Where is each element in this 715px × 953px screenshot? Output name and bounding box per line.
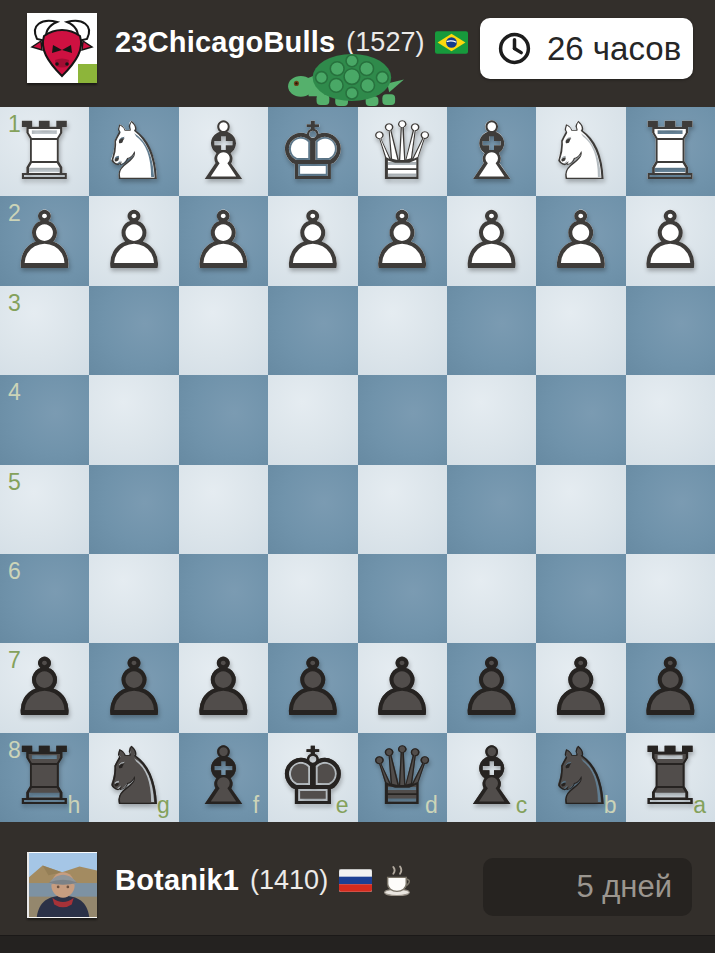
piece-glyph-outline: ♔ bbox=[268, 733, 357, 822]
square-d7[interactable]: ♟♙ bbox=[358, 643, 447, 732]
piece-glyph-outline: ♗ bbox=[179, 107, 268, 196]
square-c4[interactable] bbox=[447, 375, 536, 464]
square-e2[interactable]: ♟♙ bbox=[268, 196, 357, 285]
square-f3[interactable] bbox=[179, 286, 268, 375]
square-c2[interactable]: ♟♙ bbox=[447, 196, 536, 285]
white-king: ♚♔ bbox=[268, 107, 357, 196]
black-pawn: ♟♙ bbox=[179, 643, 268, 732]
square-a3[interactable] bbox=[626, 286, 715, 375]
square-d6[interactable] bbox=[358, 554, 447, 643]
piece-glyph-outline: ♙ bbox=[179, 196, 268, 285]
black-pawn: ♟♙ bbox=[536, 643, 625, 732]
chess-board[interactable]: 1♜♖♞♘♝♗♚♔♛♕♝♗♞♘♜♖2♟♙♟♙♟♙♟♙♟♙♟♙♟♙♟♙34567♟… bbox=[0, 107, 715, 822]
top-player-timer: 26 часов bbox=[480, 18, 693, 79]
square-a4[interactable] bbox=[626, 375, 715, 464]
black-pawn: ♟♙ bbox=[268, 643, 357, 732]
square-c1[interactable]: ♝♗ bbox=[447, 107, 536, 196]
square-b7[interactable]: ♟♙ bbox=[536, 643, 625, 732]
white-pawn: ♟♙ bbox=[89, 196, 178, 285]
piece-glyph-outline: ♙ bbox=[536, 643, 625, 732]
square-f8[interactable]: f♝♗ bbox=[179, 733, 268, 822]
square-d1[interactable]: ♛♕ bbox=[358, 107, 447, 196]
square-e8[interactable]: e♚♔ bbox=[268, 733, 357, 822]
white-knight: ♞♘ bbox=[89, 107, 178, 196]
brazil-flag-icon bbox=[435, 31, 468, 54]
square-c3[interactable] bbox=[447, 286, 536, 375]
square-g8[interactable]: g♞♘ bbox=[89, 733, 178, 822]
outdoor-portrait-photo bbox=[29, 852, 97, 918]
black-bishop: ♝♗ bbox=[447, 733, 536, 822]
piece-glyph-outline: ♙ bbox=[536, 196, 625, 285]
square-b6[interactable] bbox=[536, 554, 625, 643]
square-f7[interactable]: ♟♙ bbox=[179, 643, 268, 732]
square-h8[interactable]: 8h♜♖ bbox=[0, 733, 89, 822]
square-e3[interactable] bbox=[268, 286, 357, 375]
rank-label-6: 6 bbox=[8, 560, 21, 583]
piece-glyph-outline: ♘ bbox=[536, 733, 625, 822]
square-g7[interactable]: ♟♙ bbox=[89, 643, 178, 732]
piece-glyph-outline: ♘ bbox=[89, 107, 178, 196]
square-e6[interactable] bbox=[268, 554, 357, 643]
piece-glyph-outline: ♙ bbox=[268, 643, 357, 732]
square-a8[interactable]: a♜♖ bbox=[626, 733, 715, 822]
square-f2[interactable]: ♟♙ bbox=[179, 196, 268, 285]
piece-glyph-outline: ♕ bbox=[358, 733, 447, 822]
piece-glyph-outline: ♘ bbox=[536, 107, 625, 196]
square-g1[interactable]: ♞♘ bbox=[89, 107, 178, 196]
square-g6[interactable] bbox=[89, 554, 178, 643]
square-b2[interactable]: ♟♙ bbox=[536, 196, 625, 285]
square-a7[interactable]: ♟♙ bbox=[626, 643, 715, 732]
chess-game-screen: 23ChicagoBulls (1527) bbox=[0, 0, 715, 953]
square-e1[interactable]: ♚♔ bbox=[268, 107, 357, 196]
black-knight: ♞♘ bbox=[536, 733, 625, 822]
square-f5[interactable] bbox=[179, 465, 268, 554]
piece-glyph-outline: ♙ bbox=[447, 643, 536, 732]
square-e7[interactable]: ♟♙ bbox=[268, 643, 357, 732]
clock-icon bbox=[497, 31, 532, 66]
square-c8[interactable]: c♝♗ bbox=[447, 733, 536, 822]
square-h1[interactable]: 1♜♖ bbox=[0, 107, 89, 196]
bottom-player-rating: (1410) bbox=[250, 865, 328, 896]
square-h2[interactable]: 2♟♙ bbox=[0, 196, 89, 285]
top-timer-value: 26 часов bbox=[547, 30, 681, 68]
piece-glyph-outline: ♙ bbox=[626, 196, 715, 285]
bottom-player-avatar[interactable] bbox=[27, 852, 97, 918]
piece-glyph-outline: ♖ bbox=[0, 733, 89, 822]
black-rook: ♜♖ bbox=[0, 733, 89, 822]
black-queen: ♛♕ bbox=[358, 733, 447, 822]
top-player-bar: 23ChicagoBulls (1527) bbox=[0, 0, 715, 107]
square-h3[interactable]: 3 bbox=[0, 286, 89, 375]
square-f6[interactable] bbox=[179, 554, 268, 643]
bottom-player-timer: 5 дней bbox=[483, 858, 692, 916]
piece-glyph-outline: ♙ bbox=[89, 643, 178, 732]
square-f4[interactable] bbox=[179, 375, 268, 464]
square-e4[interactable] bbox=[268, 375, 357, 464]
piece-glyph-outline: ♖ bbox=[626, 733, 715, 822]
white-pawn: ♟♙ bbox=[536, 196, 625, 285]
square-d3[interactable] bbox=[358, 286, 447, 375]
white-pawn: ♟♙ bbox=[358, 196, 447, 285]
square-d8[interactable]: d♛♕ bbox=[358, 733, 447, 822]
white-queen: ♛♕ bbox=[358, 107, 447, 196]
bottom-timer-value: 5 дней bbox=[576, 869, 672, 905]
bottom-player-username[interactable]: Botanik1 bbox=[115, 864, 239, 897]
piece-glyph-outline: ♗ bbox=[447, 733, 536, 822]
black-pawn: ♟♙ bbox=[0, 643, 89, 732]
white-bishop: ♝♗ bbox=[179, 107, 268, 196]
black-king: ♚♔ bbox=[268, 733, 357, 822]
piece-glyph-outline: ♖ bbox=[626, 107, 715, 196]
rank-label-5: 5 bbox=[8, 471, 21, 494]
piece-glyph-outline: ♙ bbox=[447, 196, 536, 285]
square-h5[interactable]: 5 bbox=[0, 465, 89, 554]
piece-glyph-outline: ♗ bbox=[179, 733, 268, 822]
square-g5[interactable] bbox=[89, 465, 178, 554]
white-pawn: ♟♙ bbox=[179, 196, 268, 285]
square-c5[interactable] bbox=[447, 465, 536, 554]
square-b1[interactable]: ♞♘ bbox=[536, 107, 625, 196]
white-pawn: ♟♙ bbox=[447, 196, 536, 285]
piece-glyph-outline: ♘ bbox=[89, 733, 178, 822]
black-pawn: ♟♙ bbox=[447, 643, 536, 732]
square-g3[interactable] bbox=[89, 286, 178, 375]
square-a1[interactable]: ♜♖ bbox=[626, 107, 715, 196]
white-bishop: ♝♗ bbox=[447, 107, 536, 196]
white-rook: ♜♖ bbox=[0, 107, 89, 196]
square-e5[interactable] bbox=[268, 465, 357, 554]
white-knight: ♞♘ bbox=[536, 107, 625, 196]
piece-glyph-outline: ♔ bbox=[268, 107, 357, 196]
square-g4[interactable] bbox=[89, 375, 178, 464]
bottom-player-bar: Botanik1 (1410) 5 дней bbox=[0, 822, 715, 935]
square-h6[interactable]: 6 bbox=[0, 554, 89, 643]
square-h7[interactable]: 7♟♙ bbox=[0, 643, 89, 732]
piece-glyph-outline: ♙ bbox=[268, 196, 357, 285]
rank-label-4: 4 bbox=[8, 381, 21, 404]
piece-glyph-outline: ♕ bbox=[358, 107, 447, 196]
black-pawn: ♟♙ bbox=[358, 643, 447, 732]
black-knight: ♞♘ bbox=[89, 733, 178, 822]
square-c7[interactable]: ♟♙ bbox=[447, 643, 536, 732]
square-b5[interactable] bbox=[536, 465, 625, 554]
black-bishop: ♝♗ bbox=[179, 733, 268, 822]
black-pawn: ♟♙ bbox=[89, 643, 178, 732]
piece-glyph-outline: ♙ bbox=[0, 196, 89, 285]
square-c6[interactable] bbox=[447, 554, 536, 643]
coffee-cup-icon bbox=[383, 865, 414, 896]
piece-glyph-outline: ♙ bbox=[626, 643, 715, 732]
black-rook: ♜♖ bbox=[626, 733, 715, 822]
russia-flag-icon bbox=[339, 869, 372, 892]
piece-glyph-outline: ♙ bbox=[0, 643, 89, 732]
turtle-icon bbox=[283, 51, 411, 106]
white-pawn: ♟♙ bbox=[626, 196, 715, 285]
piece-glyph-outline: ♙ bbox=[179, 643, 268, 732]
square-d5[interactable] bbox=[358, 465, 447, 554]
square-a5[interactable] bbox=[626, 465, 715, 554]
square-d2[interactable]: ♟♙ bbox=[358, 196, 447, 285]
piece-glyph-outline: ♗ bbox=[447, 107, 536, 196]
piece-glyph-outline: ♙ bbox=[89, 196, 178, 285]
white-pawn: ♟♙ bbox=[0, 196, 89, 285]
square-h4[interactable]: 4 bbox=[0, 375, 89, 464]
white-pawn: ♟♙ bbox=[268, 196, 357, 285]
bottom-player-info: Botanik1 (1410) bbox=[115, 864, 414, 897]
piece-glyph-outline: ♙ bbox=[358, 196, 447, 285]
piece-glyph-outline: ♙ bbox=[358, 643, 447, 732]
square-b8[interactable]: b♞♘ bbox=[536, 733, 625, 822]
square-b3[interactable] bbox=[536, 286, 625, 375]
white-rook: ♜♖ bbox=[626, 107, 715, 196]
piece-glyph-outline: ♖ bbox=[0, 107, 89, 196]
square-a2[interactable]: ♟♙ bbox=[626, 196, 715, 285]
square-f1[interactable]: ♝♗ bbox=[179, 107, 268, 196]
square-g2[interactable]: ♟♙ bbox=[89, 196, 178, 285]
online-status-badge bbox=[78, 64, 97, 83]
black-pawn: ♟♙ bbox=[626, 643, 715, 732]
square-a6[interactable] bbox=[626, 554, 715, 643]
square-d4[interactable] bbox=[358, 375, 447, 464]
square-b4[interactable] bbox=[536, 375, 625, 464]
top-player-avatar[interactable] bbox=[27, 13, 97, 83]
rank-label-3: 3 bbox=[8, 292, 21, 315]
bottom-strip bbox=[0, 935, 715, 953]
